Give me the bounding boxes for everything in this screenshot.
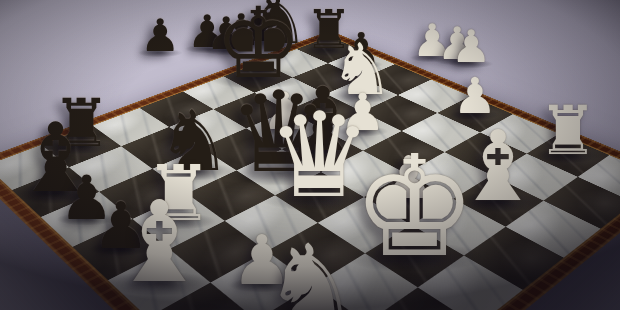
captured-white-pawn: ♟: [451, 25, 491, 70]
pieces-layer: ♜♚♜♝♟♟♞♟♞♟♜♛♝♟♝♛♟♟♟♞♚♝♜♟♟♟♟♟♞♟♟♟: [0, 0, 620, 310]
captured-black-pawn: ♟: [140, 14, 180, 59]
white-knight-b2[interactable]: ♞: [263, 230, 361, 310]
white-king-d2[interactable]: ♚: [352, 137, 477, 277]
white-bishop-a4[interactable]: ♝: [109, 187, 209, 299]
chess-scene: ♜♚♜♝♟♟♞♟♞♟♜♛♝♟♝♛♟♟♟♞♚♝♜♟♟♟♟♟♞♟♟♟: [0, 0, 620, 310]
white-rook-h2[interactable]: ♜: [538, 98, 599, 166]
